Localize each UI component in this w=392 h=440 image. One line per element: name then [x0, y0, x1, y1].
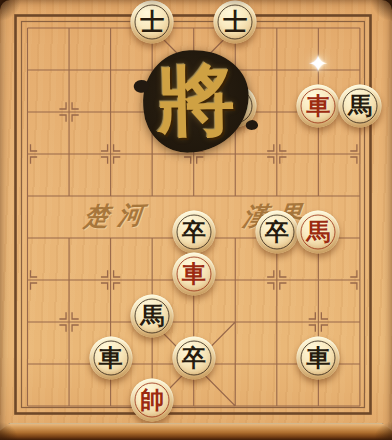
piece-character: 卒 — [182, 211, 206, 254]
piece-character: 馬 — [348, 85, 372, 128]
piece-black-advisor[interactable]: 士 — [214, 1, 257, 44]
piece-red-chariot[interactable]: 車 — [297, 85, 340, 128]
xiangqi-app-screenshot: 楚河 漢界 士士將車馬卒卒馬車馬車卒車帥 ✦ 將 — [0, 0, 392, 440]
piece-character: 卒 — [182, 337, 206, 380]
board[interactable]: 楚河 漢界 士士將車馬卒卒馬車馬車卒車帥 ✦ 將 — [20, 17, 372, 415]
piece-red-horse[interactable]: 馬 — [297, 211, 340, 254]
piece-black-pawn[interactable]: 卒 — [255, 211, 298, 254]
piece-black-chariot[interactable]: 車 — [89, 337, 132, 380]
piece-character: 馬 — [306, 211, 330, 254]
piece-black-horse[interactable]: 馬 — [131, 295, 174, 338]
piece-black-horse[interactable]: 馬 — [338, 85, 381, 128]
piece-character: 車 — [99, 337, 123, 380]
piece-character: 車 — [182, 253, 206, 296]
piece-black-chariot[interactable]: 車 — [297, 337, 340, 380]
sparkle-effect-icon: ✦ — [308, 52, 328, 76]
piece-red-chariot[interactable]: 車 — [172, 253, 215, 296]
check-general-text: 將 — [142, 49, 250, 151]
piece-character: 帥 — [140, 379, 164, 422]
piece-character: 卒 — [265, 211, 289, 254]
piece-black-advisor[interactable]: 士 — [131, 1, 174, 44]
board-bottom-bezel — [0, 423, 392, 440]
piece-red-general[interactable]: 帥 — [131, 379, 174, 422]
piece-character: 士 — [223, 1, 247, 44]
piece-black-pawn[interactable]: 卒 — [172, 337, 215, 380]
piece-character: 馬 — [140, 295, 164, 338]
river-label-chu-he: 楚河 — [83, 202, 154, 229]
piece-black-pawn[interactable]: 卒 — [172, 211, 215, 254]
piece-character: 車 — [306, 337, 330, 380]
piece-character: 士 — [140, 1, 164, 44]
piece-character: 車 — [306, 85, 330, 128]
check-animation-ink-splash: 將 — [140, 46, 253, 155]
